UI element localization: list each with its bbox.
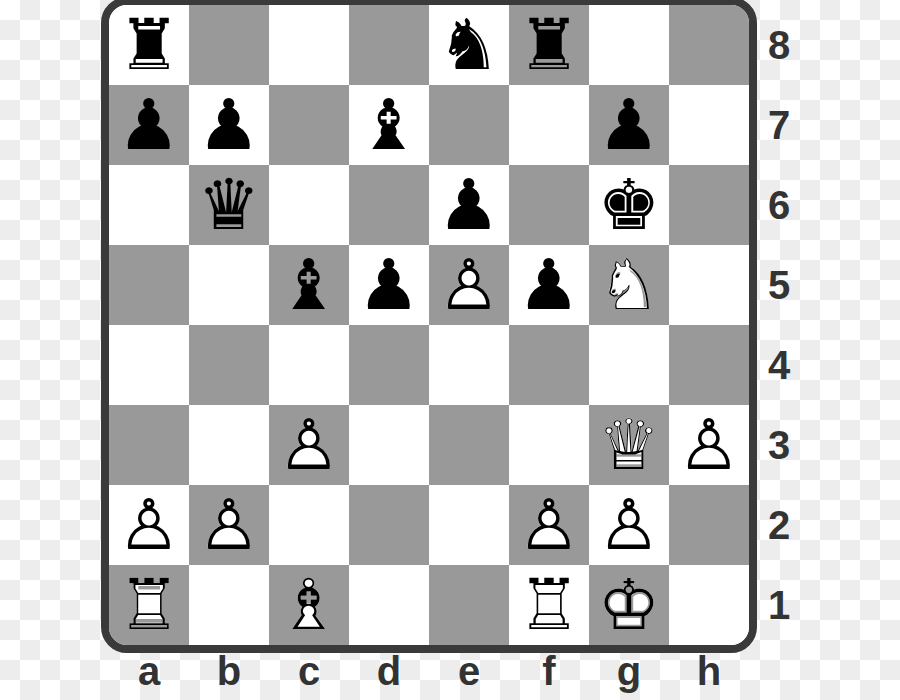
square-g3[interactable]: ♛♕ (589, 405, 669, 485)
square-f4[interactable] (509, 325, 589, 405)
white-rook-f1[interactable]: ♜♖ (509, 565, 589, 645)
pawn-outline-glyph: ♙ (109, 485, 189, 565)
square-a2[interactable]: ♟♙ (109, 485, 189, 565)
square-g8[interactable] (589, 5, 669, 85)
rank-label-7: 7 (757, 85, 801, 165)
rank-label-5: 5 (757, 245, 801, 325)
square-d4[interactable] (349, 325, 429, 405)
square-a4[interactable] (109, 325, 189, 405)
file-label-h: h (669, 645, 749, 697)
square-f2[interactable]: ♟♙ (509, 485, 589, 565)
pawn-outline-glyph: ♙ (509, 485, 589, 565)
black-pawn-b7[interactable]: ♟ (189, 85, 269, 165)
square-c4[interactable] (269, 325, 349, 405)
square-b4[interactable] (189, 325, 269, 405)
square-b5[interactable] (189, 245, 269, 325)
square-b8[interactable] (189, 5, 269, 85)
black-king-g6[interactable]: ♚ (589, 165, 669, 245)
white-queen-g3[interactable]: ♛♕ (589, 405, 669, 485)
rank-label-6: 6 (757, 165, 801, 245)
rank-label-2: 2 (757, 485, 801, 565)
square-c7[interactable] (269, 85, 349, 165)
white-pawn-f2[interactable]: ♟♙ (509, 485, 589, 565)
square-d7[interactable]: ♝ (349, 85, 429, 165)
square-b7[interactable]: ♟ (189, 85, 269, 165)
black-pawn-d5[interactable]: ♟ (349, 245, 429, 325)
queen-outline-glyph: ♕ (589, 405, 669, 485)
black-pawn-f5[interactable]: ♟ (509, 245, 589, 325)
rank-label-4: 4 (757, 325, 801, 405)
square-b1[interactable] (189, 565, 269, 645)
white-pawn-c3[interactable]: ♟♙ (269, 405, 349, 485)
square-e6[interactable]: ♟ (429, 165, 509, 245)
white-pawn-a2[interactable]: ♟♙ (109, 485, 189, 565)
white-rook-a1[interactable]: ♜♖ (109, 565, 189, 645)
file-label-d: d (349, 645, 429, 697)
pawn-outline-glyph: ♙ (589, 485, 669, 565)
rank-label-3: 3 (757, 405, 801, 485)
square-f6[interactable] (509, 165, 589, 245)
square-a8[interactable]: ♜ (109, 5, 189, 85)
file-label-a: a (109, 645, 189, 697)
white-pawn-h3[interactable]: ♟♙ (669, 405, 749, 485)
black-pawn-g7[interactable]: ♟ (589, 85, 669, 165)
black-pawn-a7[interactable]: ♟ (109, 85, 189, 165)
white-knight-g5[interactable]: ♞♘ (589, 245, 669, 325)
square-d3[interactable] (349, 405, 429, 485)
black-rook-a8[interactable]: ♜ (109, 5, 189, 85)
file-label-b: b (189, 645, 269, 697)
square-d5[interactable]: ♟ (349, 245, 429, 325)
square-g2[interactable]: ♟♙ (589, 485, 669, 565)
bishop-outline-glyph: ♗ (269, 565, 349, 645)
square-a5[interactable] (109, 245, 189, 325)
white-pawn-e5[interactable]: ♟♙ (429, 245, 509, 325)
pawn-outline-glyph: ♙ (669, 405, 749, 485)
file-label-c: c (269, 645, 349, 697)
square-h1[interactable] (669, 565, 749, 645)
rook-outline-glyph: ♖ (109, 565, 189, 645)
square-d6[interactable] (349, 165, 429, 245)
square-d8[interactable] (349, 5, 429, 85)
pawn-outline-glyph: ♙ (189, 485, 269, 565)
square-f5[interactable]: ♟ (509, 245, 589, 325)
file-label-f: f (509, 645, 589, 697)
black-bishop-d7[interactable]: ♝ (349, 85, 429, 165)
square-f7[interactable] (509, 85, 589, 165)
rank-labels: 87654321 (757, 5, 801, 645)
square-f3[interactable] (509, 405, 589, 485)
board: ♜♞♜♟♟♝♟♛♟♚♝♟♟♙♟♞♘♟♙♛♕♟♙♟♙♟♙♟♙♟♙♜♖♝♗♜♖♚♔ (101, 0, 757, 653)
square-g5[interactable]: ♞♘ (589, 245, 669, 325)
black-queen-b6[interactable]: ♛ (189, 165, 269, 245)
square-h7[interactable] (669, 85, 749, 165)
white-bishop-c1[interactable]: ♝♗ (269, 565, 349, 645)
rank-label-1: 1 (757, 565, 801, 645)
square-g7[interactable]: ♟ (589, 85, 669, 165)
square-h5[interactable] (669, 245, 749, 325)
black-knight-e8[interactable]: ♞ (429, 5, 509, 85)
file-labels: abcdefgh (109, 645, 749, 697)
square-c1[interactable]: ♝♗ (269, 565, 349, 645)
square-b2[interactable]: ♟♙ (189, 485, 269, 565)
square-h2[interactable] (669, 485, 749, 565)
square-h4[interactable] (669, 325, 749, 405)
square-a7[interactable]: ♟ (109, 85, 189, 165)
white-pawn-b2[interactable]: ♟♙ (189, 485, 269, 565)
rank-label-8: 8 (757, 5, 801, 85)
square-b3[interactable] (189, 405, 269, 485)
square-c8[interactable] (269, 5, 349, 85)
square-e2[interactable] (429, 485, 509, 565)
square-c5[interactable]: ♝ (269, 245, 349, 325)
square-h3[interactable]: ♟♙ (669, 405, 749, 485)
square-a3[interactable] (109, 405, 189, 485)
square-d1[interactable] (349, 565, 429, 645)
knight-outline-glyph: ♘ (589, 245, 669, 325)
square-c3[interactable]: ♟♙ (269, 405, 349, 485)
square-e4[interactable] (429, 325, 509, 405)
square-e8[interactable]: ♞ (429, 5, 509, 85)
white-pawn-g2[interactable]: ♟♙ (589, 485, 669, 565)
pawn-outline-glyph: ♙ (429, 245, 509, 325)
square-a6[interactable] (109, 165, 189, 245)
square-c6[interactable] (269, 165, 349, 245)
square-g1[interactable]: ♚♔ (589, 565, 669, 645)
square-e1[interactable] (429, 565, 509, 645)
king-outline-glyph: ♔ (589, 565, 669, 645)
chess-diagram: ♜♞♜♟♟♝♟♛♟♚♝♟♟♙♟♞♘♟♙♛♕♟♙♟♙♟♙♟♙♟♙♜♖♝♗♜♖♚♔ … (0, 0, 900, 700)
square-c2[interactable] (269, 485, 349, 565)
square-d2[interactable] (349, 485, 429, 565)
square-b6[interactable]: ♛ (189, 165, 269, 245)
pawn-outline-glyph: ♙ (269, 405, 349, 485)
white-king-g1[interactable]: ♚♔ (589, 565, 669, 645)
square-e7[interactable] (429, 85, 509, 165)
square-f8[interactable]: ♜ (509, 5, 589, 85)
rook-outline-glyph: ♖ (509, 565, 589, 645)
black-bishop-c5[interactable]: ♝ (269, 245, 349, 325)
square-g4[interactable] (589, 325, 669, 405)
black-rook-f8[interactable]: ♜ (509, 5, 589, 85)
square-e3[interactable] (429, 405, 509, 485)
square-h8[interactable] (669, 5, 749, 85)
file-label-e: e (429, 645, 509, 697)
square-h6[interactable] (669, 165, 749, 245)
square-g6[interactable]: ♚ (589, 165, 669, 245)
square-e5[interactable]: ♟♙ (429, 245, 509, 325)
square-a1[interactable]: ♜♖ (109, 565, 189, 645)
square-f1[interactable]: ♜♖ (509, 565, 589, 645)
file-label-g: g (589, 645, 669, 697)
black-pawn-e6[interactable]: ♟ (429, 165, 509, 245)
